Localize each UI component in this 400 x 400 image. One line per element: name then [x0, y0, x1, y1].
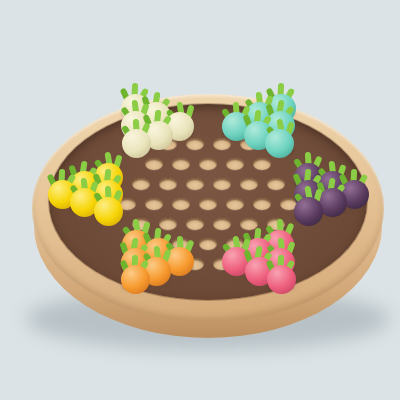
ball-teal [265, 129, 294, 158]
scene [0, 0, 400, 400]
pieces-layer [0, 0, 400, 400]
ball-orange [121, 265, 150, 294]
ball-purple [294, 197, 323, 226]
ball-yellow [94, 197, 123, 226]
ball-cream [122, 129, 151, 158]
ball-pink [267, 265, 296, 294]
